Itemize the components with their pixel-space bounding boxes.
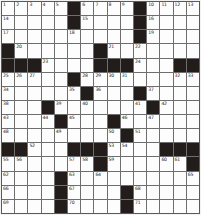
blocked-cell	[2, 143, 14, 156]
crossword-cell[interactable]: 47	[147, 115, 159, 128]
blocked-cell	[94, 157, 106, 170]
clue-number: 59	[109, 157, 114, 162]
clue-number: 5	[56, 2, 59, 7]
blocked-cell	[147, 101, 159, 114]
crossword-cell[interactable]	[174, 44, 186, 57]
crossword-cell[interactable]: 59	[108, 157, 120, 170]
crossword-cell[interactable]	[187, 30, 199, 43]
clue-number: 6	[82, 2, 85, 7]
clue-number: 9	[122, 2, 125, 7]
crossword-cell[interactable]	[68, 101, 80, 114]
clue-number: 16	[148, 16, 153, 21]
crossword-cell[interactable]	[42, 30, 54, 43]
crossword-cell[interactable]	[15, 30, 27, 43]
crossword-cell[interactable]	[42, 200, 54, 213]
crossword-cell[interactable]	[81, 186, 93, 199]
crossword-cell[interactable]: 9	[121, 2, 133, 15]
crossword-cell[interactable]	[121, 87, 133, 100]
crossword-cell[interactable]	[81, 115, 93, 128]
crossword-cell[interactable]	[160, 115, 172, 128]
clue-number: 54	[122, 143, 127, 148]
clue-number: 7	[95, 2, 98, 7]
crossword-cell[interactable]: 24	[134, 59, 146, 72]
crossword-cell[interactable]: 35	[68, 87, 80, 100]
crossword-cell[interactable]	[187, 115, 199, 128]
clue-number: 35	[69, 87, 74, 92]
crossword-cell[interactable]	[68, 129, 80, 142]
clue-number: 30	[109, 73, 114, 78]
crossword-cell[interactable]	[160, 73, 172, 86]
crossword-cell[interactable]	[174, 87, 186, 100]
crossword-cell[interactable]: 14	[2, 16, 14, 29]
crossword-cell[interactable]	[108, 186, 120, 199]
crossword-cell[interactable]: 50	[108, 129, 120, 142]
clue-number: 18	[69, 30, 74, 35]
crossword-cell[interactable]	[147, 157, 159, 170]
clue-number: 33	[188, 73, 193, 78]
clue-number: 34	[3, 87, 8, 92]
blocked-cell	[81, 87, 93, 100]
crossword-cell[interactable]: 38	[2, 101, 14, 114]
clue-number: 17	[3, 30, 8, 35]
crossword-cell[interactable]: 54	[121, 143, 133, 156]
clue-number: 37	[148, 87, 153, 92]
crossword-cell[interactable]: 16	[147, 16, 159, 29]
crossword-cell[interactable]	[81, 200, 93, 213]
crossword-cell[interactable]: 21	[108, 44, 120, 57]
crossword-cell[interactable]	[134, 115, 146, 128]
crossword-cell[interactable]	[108, 172, 120, 185]
crossword-cell[interactable]: 15	[81, 16, 93, 29]
crossword-cell[interactable]	[28, 200, 40, 213]
blocked-cell	[174, 59, 186, 72]
clue-number: 3	[29, 2, 32, 7]
blocked-cell	[121, 59, 133, 72]
clue-number: 51	[135, 129, 140, 134]
clue-number: 4	[43, 2, 46, 7]
crossword-cell[interactable]	[134, 143, 146, 156]
crossword-cell[interactable]	[28, 44, 40, 57]
crossword-cell[interactable]	[94, 101, 106, 114]
crossword-cell[interactable]	[187, 44, 199, 57]
crossword-cell[interactable]: 10	[147, 2, 159, 15]
clue-number: 67	[69, 186, 74, 191]
crossword-cell[interactable]	[15, 101, 27, 114]
crossword-cell[interactable]	[134, 172, 146, 185]
crossword-cell[interactable]	[55, 30, 67, 43]
blocked-cell	[68, 143, 80, 156]
clue-number: 31	[122, 73, 127, 78]
clue-number: 22	[135, 44, 140, 49]
crossword-cell[interactable]: 45	[68, 115, 80, 128]
crossword-cell[interactable]	[174, 30, 186, 43]
blocked-cell	[55, 200, 67, 213]
blocked-cell	[2, 59, 14, 72]
crossword-cell[interactable]	[15, 172, 27, 185]
clue-number: 64	[95, 172, 100, 177]
crossword-cell[interactable]: 48	[2, 129, 14, 142]
clue-number: 65	[188, 172, 193, 177]
clue-number: 24	[135, 59, 140, 64]
crossword-cell[interactable]: 65	[187, 172, 199, 185]
crossword-cell[interactable]: 32	[174, 73, 186, 86]
blocked-cell	[134, 30, 146, 43]
crossword-cell[interactable]	[147, 143, 159, 156]
crossword-cell[interactable]: 6	[81, 2, 93, 15]
blocked-cell	[108, 115, 120, 128]
crossword-cell[interactable]: 12	[174, 2, 186, 15]
clue-number: 21	[109, 44, 114, 49]
crossword-cell[interactable]	[42, 143, 54, 156]
crossword-cell[interactable]: 36	[94, 87, 106, 100]
clue-number: 66	[3, 186, 8, 191]
crossword-cell[interactable]	[147, 44, 159, 57]
blocked-cell	[121, 200, 133, 213]
crossword-cell[interactable]: 64	[94, 172, 106, 185]
crossword-cell[interactable]	[28, 87, 40, 100]
crossword-cell[interactable]: 55	[2, 157, 14, 170]
clue-number: 41	[135, 101, 140, 106]
crossword-cell[interactable]	[55, 59, 67, 72]
blocked-cell	[55, 115, 67, 128]
blocked-cell	[68, 16, 80, 29]
crossword-cell[interactable]	[160, 30, 172, 43]
clue-number: 43	[3, 115, 8, 120]
crossword-cell[interactable]	[15, 16, 27, 29]
crossword-cell[interactable]: 34	[2, 87, 14, 100]
crossword-cell[interactable]: 46	[121, 115, 133, 128]
crossword-cell[interactable]: 43	[2, 115, 14, 128]
clue-number: 45	[69, 115, 74, 120]
clue-number: 71	[135, 200, 140, 205]
clue-number: 2	[16, 2, 19, 7]
blocked-cell	[134, 16, 146, 29]
crossword-cell[interactable]	[42, 172, 54, 185]
clue-number: 58	[82, 157, 87, 162]
clue-number: 19	[148, 30, 153, 35]
crossword-cell[interactable]	[28, 30, 40, 43]
blocked-cell	[15, 59, 27, 72]
crossword-cell[interactable]	[174, 172, 186, 185]
crossword-cell[interactable]	[42, 73, 54, 86]
crossword-cell[interactable]	[55, 16, 67, 29]
crossword-cell[interactable]	[121, 44, 133, 57]
crossword-cell[interactable]: 56	[15, 157, 27, 170]
blocked-cell	[108, 59, 120, 72]
crossword-cell[interactable]	[42, 87, 54, 100]
crossword-cell[interactable]: 29	[94, 73, 106, 86]
blocked-cell	[174, 143, 186, 156]
crossword-cell[interactable]	[160, 87, 172, 100]
crossword-cell[interactable]	[15, 129, 27, 142]
clue-number: 46	[122, 115, 127, 120]
crossword-cell[interactable]	[15, 115, 27, 128]
clue-number: 8	[109, 2, 112, 7]
crossword-cell[interactable]	[55, 157, 67, 170]
clue-number: 63	[69, 172, 74, 177]
crossword-cell[interactable]	[121, 101, 133, 114]
clue-number: 27	[29, 73, 34, 78]
crossword-cell[interactable]: 68	[134, 186, 146, 199]
crossword-cell[interactable]	[147, 200, 159, 213]
crossword-cell[interactable]	[187, 129, 199, 142]
crossword-cell[interactable]	[134, 73, 146, 86]
blocked-cell	[81, 143, 93, 156]
clue-number: 20	[16, 44, 21, 49]
crossword-cell[interactable]: 57	[68, 157, 80, 170]
crossword-cell[interactable]: 17	[2, 30, 14, 43]
crossword-cell[interactable]	[42, 129, 54, 142]
crossword-cell[interactable]	[42, 44, 54, 57]
crossword-cell[interactable]	[108, 200, 120, 213]
crossword-cell[interactable]: 5	[55, 2, 67, 15]
crossword-cell[interactable]	[174, 101, 186, 114]
clue-number: 14	[3, 16, 8, 21]
crossword-cell[interactable]	[147, 73, 159, 86]
crossword-cell[interactable]: 1	[2, 2, 14, 15]
clue-number: 56	[16, 157, 21, 162]
crossword-cell[interactable]: 63	[68, 172, 80, 185]
clue-number: 11	[161, 2, 166, 7]
blocked-cell	[121, 129, 133, 142]
crossword-cell[interactable]	[28, 115, 40, 128]
blocked-cell	[134, 2, 146, 15]
clue-number: 1	[3, 2, 6, 7]
crossword-cell[interactable]: 67	[68, 186, 80, 199]
crossword-cell[interactable]: 28	[81, 73, 93, 86]
crossword-cell[interactable]	[160, 44, 172, 57]
crossword-cell[interactable]: 19	[147, 30, 159, 43]
crossword-grid: 1234567891011121314151617181920212223242…	[1, 1, 200, 214]
blocked-cell	[55, 172, 67, 185]
crossword-cell[interactable]: 69	[2, 200, 14, 213]
crossword-cell[interactable]: 61	[174, 157, 186, 170]
crossword-cell[interactable]	[160, 16, 172, 29]
clue-number: 12	[175, 2, 180, 7]
crossword-cell[interactable]	[187, 200, 199, 213]
crossword-cell[interactable]	[94, 186, 106, 199]
blocked-cell	[15, 143, 27, 156]
crossword-cell[interactable]: 53	[108, 143, 120, 156]
crossword-cell[interactable]	[147, 59, 159, 72]
crossword-cell[interactable]: 44	[42, 115, 54, 128]
blocked-cell	[187, 157, 199, 170]
blocked-cell	[160, 143, 172, 156]
blocked-cell	[94, 59, 106, 72]
blocked-cell	[94, 143, 106, 156]
clue-number: 50	[109, 129, 114, 134]
clue-number: 52	[29, 143, 34, 148]
crossword-cell[interactable]	[108, 87, 120, 100]
crossword-cell[interactable]	[15, 200, 27, 213]
blocked-cell	[68, 2, 80, 15]
blocked-cell	[42, 101, 54, 114]
crossword-cell[interactable]: 7	[94, 2, 106, 15]
crossword-cell[interactable]	[15, 87, 27, 100]
crossword-cell[interactable]: 30	[108, 73, 120, 86]
crossword-cell[interactable]	[81, 129, 93, 142]
crossword-cell[interactable]	[174, 115, 186, 128]
crossword-cell[interactable]	[147, 129, 159, 142]
crossword-cell[interactable]: 40	[81, 101, 93, 114]
clue-number: 62	[3, 172, 8, 177]
crossword-cell[interactable]	[121, 157, 133, 170]
blocked-cell	[68, 73, 80, 86]
crossword-cell[interactable]	[187, 87, 199, 100]
crossword-cell[interactable]: 41	[134, 101, 146, 114]
crossword-cell[interactable]	[160, 186, 172, 199]
crossword-cell[interactable]	[81, 172, 93, 185]
crossword-cell[interactable]	[81, 44, 93, 57]
blocked-cell	[121, 186, 133, 199]
crossword-cell[interactable]	[42, 16, 54, 29]
crossword-cell[interactable]: 66	[2, 186, 14, 199]
crossword-cell[interactable]	[42, 186, 54, 199]
crossword-cell[interactable]	[121, 172, 133, 185]
clue-number: 29	[95, 73, 100, 78]
clue-number: 39	[56, 101, 61, 106]
crossword-cell[interactable]: 58	[81, 157, 93, 170]
crossword-cell[interactable]: 49	[55, 129, 67, 142]
crossword-cell[interactable]: 33	[187, 73, 199, 86]
crossword-cell[interactable]	[94, 30, 106, 43]
crossword-cell[interactable]	[94, 115, 106, 128]
crossword-cell[interactable]: 18	[68, 30, 80, 43]
crossword-cell[interactable]: 39	[55, 101, 67, 114]
blocked-cell	[28, 59, 40, 72]
crossword-cell[interactable]	[28, 186, 40, 199]
clue-number: 69	[3, 200, 8, 205]
clue-number: 60	[161, 157, 166, 162]
crossword-cell[interactable]	[147, 172, 159, 185]
crossword-cell[interactable]	[28, 129, 40, 142]
crossword-cell[interactable]: 51	[134, 129, 146, 142]
crossword-cell[interactable]	[28, 157, 40, 170]
crossword-cell[interactable]	[55, 73, 67, 86]
crossword-cell[interactable]: 26	[15, 73, 27, 86]
clue-number: 44	[43, 115, 48, 120]
crossword-cell[interactable]	[174, 129, 186, 142]
crossword-cell[interactable]	[15, 186, 27, 199]
clue-number: 68	[135, 186, 140, 191]
clue-number: 70	[69, 200, 74, 205]
crossword-cell[interactable]: 4	[42, 2, 54, 15]
clue-number: 55	[3, 157, 8, 162]
crossword-cell[interactable]	[121, 30, 133, 43]
blocked-cell	[187, 59, 199, 72]
crossword-cell[interactable]: 22	[134, 44, 146, 57]
crossword-cell[interactable]: 71	[134, 200, 146, 213]
crossword-cell[interactable]: 8	[108, 2, 120, 15]
crossword-cell[interactable]	[187, 186, 199, 199]
crossword-cell[interactable]	[108, 101, 120, 114]
crossword-cell[interactable]	[94, 129, 106, 142]
crossword-cell[interactable]	[55, 44, 67, 57]
clue-number: 32	[175, 73, 180, 78]
crossword-cell[interactable]	[160, 172, 172, 185]
clue-number: 38	[3, 101, 8, 106]
blocked-cell	[187, 143, 199, 156]
crossword-cell[interactable]: 37	[147, 87, 159, 100]
crossword-cell[interactable]	[160, 200, 172, 213]
clue-number: 36	[95, 87, 100, 92]
blocked-cell	[134, 87, 146, 100]
crossword-board: 1234567891011121314151617181920212223242…	[0, 0, 201, 215]
crossword-cell[interactable]	[28, 172, 40, 185]
crossword-cell[interactable]: 60	[160, 157, 172, 170]
clue-number: 49	[56, 129, 61, 134]
clue-number: 42	[161, 101, 166, 106]
crossword-cell[interactable]: 52	[28, 143, 40, 156]
blocked-cell	[2, 44, 14, 57]
crossword-cell[interactable]: 11	[160, 2, 172, 15]
clue-number: 40	[82, 101, 87, 106]
clue-number: 13	[188, 2, 193, 7]
crossword-cell[interactable]	[147, 186, 159, 199]
crossword-cell[interactable]	[28, 16, 40, 29]
clue-number: 57	[69, 157, 74, 162]
crossword-cell[interactable]	[174, 200, 186, 213]
crossword-cell[interactable]: 23	[42, 59, 54, 72]
crossword-cell[interactable]	[108, 30, 120, 43]
crossword-cell[interactable]: 42	[160, 101, 172, 114]
clue-number: 28	[82, 73, 87, 78]
crossword-cell[interactable]	[108, 16, 120, 29]
clue-number: 61	[175, 157, 180, 162]
crossword-cell[interactable]: 25	[2, 73, 14, 86]
clue-number: 25	[3, 73, 8, 78]
crossword-cell[interactable]	[174, 186, 186, 199]
crossword-cell[interactable]: 31	[121, 73, 133, 86]
crossword-cell[interactable]: 70	[68, 200, 80, 213]
clue-number: 53	[109, 143, 114, 148]
crossword-cell[interactable]	[81, 30, 93, 43]
clue-number: 23	[43, 59, 48, 64]
crossword-cell[interactable]: 20	[15, 44, 27, 57]
crossword-cell[interactable]	[68, 44, 80, 57]
crossword-cell[interactable]	[134, 157, 146, 170]
clue-number: 26	[16, 73, 21, 78]
crossword-cell[interactable]	[28, 101, 40, 114]
crossword-cell[interactable]: 27	[28, 73, 40, 86]
crossword-cell[interactable]	[81, 59, 93, 72]
crossword-cell[interactable]	[55, 143, 67, 156]
crossword-cell[interactable]	[55, 87, 67, 100]
crossword-cell[interactable]	[121, 16, 133, 29]
crossword-cell[interactable]	[187, 16, 199, 29]
crossword-cell[interactable]: 3	[28, 2, 40, 15]
crossword-cell[interactable]	[174, 16, 186, 29]
clue-number: 15	[82, 16, 87, 21]
crossword-cell[interactable]	[94, 200, 106, 213]
crossword-cell[interactable]	[42, 157, 54, 170]
crossword-cell[interactable]: 13	[187, 2, 199, 15]
blocked-cell	[94, 44, 106, 57]
crossword-cell[interactable]: 62	[2, 172, 14, 185]
crossword-cell[interactable]: 2	[15, 2, 27, 15]
clue-number: 48	[3, 129, 8, 134]
crossword-cell[interactable]	[94, 16, 106, 29]
crossword-cell[interactable]	[187, 101, 199, 114]
crossword-cell[interactable]	[160, 59, 172, 72]
blocked-cell	[55, 186, 67, 199]
crossword-cell[interactable]	[68, 59, 80, 72]
clue-number: 10	[148, 2, 153, 7]
clue-number: 47	[148, 115, 153, 120]
crossword-cell[interactable]	[160, 129, 172, 142]
